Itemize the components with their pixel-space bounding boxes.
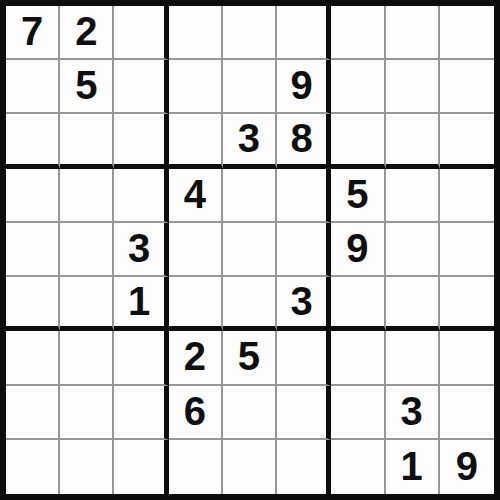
cell-r4c6[interactable]: [277, 169, 331, 223]
cell-r7c5[interactable]: 5: [223, 331, 277, 385]
cell-r7c7[interactable]: [331, 331, 385, 385]
cell-r3c4[interactable]: [169, 114, 223, 168]
cell-r4c9[interactable]: [440, 169, 494, 223]
cell-r9c3[interactable]: [114, 440, 168, 494]
cell-r3c7[interactable]: [331, 114, 385, 168]
cell-r5c5[interactable]: [223, 223, 277, 277]
cell-r2c3[interactable]: [114, 60, 168, 114]
cell-r7c3[interactable]: [114, 331, 168, 385]
cell-r5c2[interactable]: [60, 223, 114, 277]
cell-r1c4[interactable]: [169, 6, 223, 60]
cell-r1c1[interactable]: 7: [6, 6, 60, 60]
cell-r9c6[interactable]: [277, 440, 331, 494]
cell-r3c3[interactable]: [114, 114, 168, 168]
cell-r2c4[interactable]: [169, 60, 223, 114]
cell-r2c9[interactable]: [440, 60, 494, 114]
cell-r2c7[interactable]: [331, 60, 385, 114]
cell-r6c3[interactable]: 1: [114, 277, 168, 331]
cell-r5c9[interactable]: [440, 223, 494, 277]
cell-r4c4[interactable]: 4: [169, 169, 223, 223]
cell-r1c9[interactable]: [440, 6, 494, 60]
cell-r6c5[interactable]: [223, 277, 277, 331]
cell-r4c2[interactable]: [60, 169, 114, 223]
cell-r7c9[interactable]: [440, 331, 494, 385]
cell-r6c6[interactable]: 3: [277, 277, 331, 331]
cell-r8c1[interactable]: [6, 386, 60, 440]
cell-r6c7[interactable]: [331, 277, 385, 331]
cell-r9c5[interactable]: [223, 440, 277, 494]
cell-r5c7[interactable]: 9: [331, 223, 385, 277]
cell-r4c1[interactable]: [6, 169, 60, 223]
cell-r3c1[interactable]: [6, 114, 60, 168]
cell-r2c6[interactable]: 9: [277, 60, 331, 114]
cell-r5c1[interactable]: [6, 223, 60, 277]
cell-r1c5[interactable]: [223, 6, 277, 60]
cell-r6c1[interactable]: [6, 277, 60, 331]
cell-r8c4[interactable]: 6: [169, 386, 223, 440]
cell-r4c3[interactable]: [114, 169, 168, 223]
cell-r2c8[interactable]: [386, 60, 440, 114]
cell-r8c2[interactable]: [60, 386, 114, 440]
cell-r2c1[interactable]: [6, 60, 60, 114]
cell-r1c7[interactable]: [331, 6, 385, 60]
cell-r1c2[interactable]: 2: [60, 6, 114, 60]
cell-r9c9[interactable]: 9: [440, 440, 494, 494]
cell-r7c4[interactable]: 2: [169, 331, 223, 385]
cell-r8c7[interactable]: [331, 386, 385, 440]
cell-r8c5[interactable]: [223, 386, 277, 440]
cell-r4c8[interactable]: [386, 169, 440, 223]
cell-r9c8[interactable]: 1: [386, 440, 440, 494]
cell-r6c2[interactable]: [60, 277, 114, 331]
cell-r7c8[interactable]: [386, 331, 440, 385]
cell-r8c8[interactable]: 3: [386, 386, 440, 440]
cell-r9c4[interactable]: [169, 440, 223, 494]
cell-r4c5[interactable]: [223, 169, 277, 223]
cell-r4c7[interactable]: 5: [331, 169, 385, 223]
cell-r6c4[interactable]: [169, 277, 223, 331]
cell-r8c9[interactable]: [440, 386, 494, 440]
cell-r3c6[interactable]: 8: [277, 114, 331, 168]
cell-r7c1[interactable]: [6, 331, 60, 385]
cell-r9c2[interactable]: [60, 440, 114, 494]
cell-r9c7[interactable]: [331, 440, 385, 494]
cell-r5c4[interactable]: [169, 223, 223, 277]
cell-r5c3[interactable]: 3: [114, 223, 168, 277]
cell-r7c2[interactable]: [60, 331, 114, 385]
cell-r8c6[interactable]: [277, 386, 331, 440]
cell-r3c8[interactable]: [386, 114, 440, 168]
cell-r2c5[interactable]: [223, 60, 277, 114]
cell-r5c8[interactable]: [386, 223, 440, 277]
cell-r9c1[interactable]: [6, 440, 60, 494]
cell-r2c2[interactable]: 5: [60, 60, 114, 114]
cell-r3c5[interactable]: 3: [223, 114, 277, 168]
cell-r1c8[interactable]: [386, 6, 440, 60]
cell-r1c3[interactable]: [114, 6, 168, 60]
cell-r3c9[interactable]: [440, 114, 494, 168]
cell-r7c6[interactable]: [277, 331, 331, 385]
cell-r6c8[interactable]: [386, 277, 440, 331]
cell-r3c2[interactable]: [60, 114, 114, 168]
cell-r5c6[interactable]: [277, 223, 331, 277]
sudoku-board: 725938453913256319: [0, 0, 500, 500]
cell-r8c3[interactable]: [114, 386, 168, 440]
cell-r1c6[interactable]: [277, 6, 331, 60]
cell-r6c9[interactable]: [440, 277, 494, 331]
